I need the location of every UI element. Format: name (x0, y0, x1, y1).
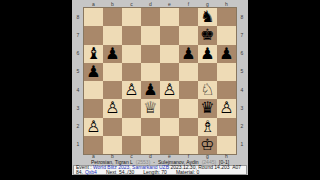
square-g7[interactable]: ♚ (198, 26, 217, 44)
square-g3[interactable]: ♛ (198, 99, 217, 117)
square-d4[interactable]: ♟ (141, 81, 160, 99)
square-h4[interactable] (217, 81, 236, 99)
black-knight-icon: ♞ (198, 8, 217, 26)
rank-label-5: 5 (72, 63, 84, 81)
rank-label-2: 2 (72, 118, 84, 136)
square-d7[interactable] (141, 26, 160, 44)
black-king-icon: ♚ (198, 26, 217, 44)
rank-labels-right: 87654321 (236, 8, 248, 154)
square-f7[interactable] (179, 26, 198, 44)
square-e6[interactable] (160, 45, 179, 63)
square-e7[interactable] (160, 26, 179, 44)
move-number: 84. (76, 170, 83, 175)
game-info-box: Event : World Blitz 2023, Samarkand UZB … (73, 165, 247, 175)
white-pawn-icon: ♙ (84, 118, 103, 136)
square-c4[interactable]: ♙ (122, 81, 141, 99)
rank-label-3: 3 (72, 99, 84, 117)
white-pawn-icon: ♙ (122, 81, 141, 99)
rank-label-1: 1 (72, 136, 84, 154)
rank-label-8: 8 (236, 8, 248, 26)
last-move[interactable]: Qxb4 (85, 170, 97, 175)
rank-labels-left: 87654321 (72, 8, 84, 154)
square-h3[interactable]: ♙ (217, 99, 236, 117)
rank-label-7: 7 (72, 26, 84, 44)
white-queen-icon: ♕ (141, 99, 160, 117)
square-g5[interactable] (198, 63, 217, 81)
square-a6[interactable]: ♝ (84, 45, 103, 63)
square-b7[interactable] (103, 26, 122, 44)
square-b8[interactable] (103, 8, 122, 26)
black-pawn-icon: ♟ (141, 81, 160, 99)
rank-label-4: 4 (72, 81, 84, 99)
square-b6[interactable]: ♟ (103, 45, 122, 63)
white-pawn-icon: ♙ (217, 99, 236, 117)
square-a7[interactable] (84, 26, 103, 44)
square-f8[interactable] (179, 8, 198, 26)
chess-viewer-panel: abcdefgh 87654321 ♞♚♝♟♟♟♟♟♙♟♙♘♙♕♛♙♙♗♔ 87… (72, 0, 248, 175)
length-info: Length: 70 (143, 170, 167, 175)
square-b5[interactable] (103, 63, 122, 81)
file-label-f: f (179, 0, 198, 8)
next-info: Next 54../30 (106, 170, 134, 175)
square-a1[interactable] (84, 136, 103, 154)
square-h2[interactable] (217, 118, 236, 136)
square-c6[interactable] (122, 45, 141, 63)
square-c8[interactable] (122, 8, 141, 26)
square-e3[interactable] (160, 99, 179, 117)
black-pawn-icon: ♟ (103, 45, 122, 63)
black-queen-icon: ♛ (198, 99, 217, 117)
file-label-d: d (141, 0, 160, 8)
square-d2[interactable] (141, 118, 160, 136)
square-e1[interactable] (160, 136, 179, 154)
square-a8[interactable] (84, 8, 103, 26)
square-f6[interactable]: ♟ (179, 45, 198, 63)
white-king-icon: ♔ (198, 136, 217, 154)
file-labels-top: abcdefgh (84, 0, 248, 8)
rank-label-6: 6 (72, 45, 84, 63)
square-c3[interactable] (122, 99, 141, 117)
square-d8[interactable] (141, 8, 160, 26)
square-g6[interactable]: ♟ (198, 45, 217, 63)
file-label-e: e (160, 0, 179, 8)
rank-label-3: 3 (236, 99, 248, 117)
square-h5[interactable] (217, 63, 236, 81)
square-f2[interactable] (179, 118, 198, 136)
square-g1[interactable]: ♔ (198, 136, 217, 154)
square-h6[interactable]: ♟ (217, 45, 236, 63)
black-pawn-icon: ♟ (179, 45, 198, 63)
square-e4[interactable]: ♙ (160, 81, 179, 99)
black-pawn-icon: ♟ (84, 63, 103, 81)
file-label-b: b (103, 0, 122, 8)
square-a2[interactable]: ♙ (84, 118, 103, 136)
square-f5[interactable] (179, 63, 198, 81)
square-e2[interactable] (160, 118, 179, 136)
square-c7[interactable] (122, 26, 141, 44)
square-e5[interactable] (160, 63, 179, 81)
square-g4[interactable]: ♘ (198, 81, 217, 99)
square-h1[interactable] (217, 136, 236, 154)
rank-label-5: 5 (236, 63, 248, 81)
square-h8[interactable] (217, 8, 236, 26)
square-f3[interactable] (179, 99, 198, 117)
square-f1[interactable] (179, 136, 198, 154)
rank-label-4: 4 (236, 81, 248, 99)
black-bishop-icon: ♝ (84, 45, 103, 63)
square-a4[interactable] (84, 81, 103, 99)
square-d1[interactable] (141, 136, 160, 154)
square-d3[interactable]: ♕ (141, 99, 160, 117)
black-pawn-icon: ♟ (217, 45, 236, 63)
square-b1[interactable] (103, 136, 122, 154)
square-a3[interactable] (84, 99, 103, 117)
square-c2[interactable] (122, 118, 141, 136)
chess-board: ♞♚♝♟♟♟♟♟♙♟♙♘♙♕♛♙♙♗♔ (84, 8, 236, 154)
square-f4[interactable] (179, 81, 198, 99)
square-e8[interactable] (160, 8, 179, 26)
rank-label-6: 6 (236, 45, 248, 63)
white-pawn-icon: ♙ (103, 99, 122, 117)
square-c5[interactable] (122, 63, 141, 81)
material-info: Material: 0 (176, 170, 199, 175)
move-line: 84. Qxb4 Next 54../30 Length: 70 Materia… (76, 170, 244, 175)
square-d5[interactable] (141, 63, 160, 81)
square-b2[interactable] (103, 118, 122, 136)
square-h7[interactable] (217, 26, 236, 44)
white-knight-icon: ♘ (198, 81, 217, 99)
file-label-a: a (84, 0, 103, 8)
white-pawn-icon: ♙ (160, 81, 179, 99)
square-a5[interactable]: ♟ (84, 63, 103, 81)
square-g2[interactable]: ♗ (198, 118, 217, 136)
square-b3[interactable]: ♙ (103, 99, 122, 117)
square-c1[interactable] (122, 136, 141, 154)
square-g8[interactable]: ♞ (198, 8, 217, 26)
rank-label-2: 2 (236, 118, 248, 136)
file-label-c: c (122, 0, 141, 8)
square-b4[interactable] (103, 81, 122, 99)
rank-label-7: 7 (236, 26, 248, 44)
rank-label-1: 1 (236, 136, 248, 154)
rank-label-8: 8 (72, 8, 84, 26)
black-pawn-icon: ♟ (198, 45, 217, 63)
file-label-h: h (217, 0, 236, 8)
white-bishop-icon: ♗ (198, 118, 217, 136)
square-d6[interactable] (141, 45, 160, 63)
